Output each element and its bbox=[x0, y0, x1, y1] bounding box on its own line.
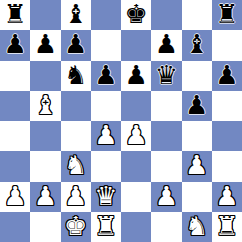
square-f5[interactable] bbox=[151, 91, 181, 121]
square-f2[interactable]: ♟ bbox=[151, 182, 181, 212]
black-pawn[interactable]: ♟ bbox=[124, 62, 147, 88]
square-b4[interactable] bbox=[30, 121, 60, 151]
square-e3[interactable] bbox=[121, 151, 151, 181]
square-f6[interactable]: ♛ bbox=[151, 61, 181, 91]
square-c5[interactable] bbox=[61, 91, 91, 121]
square-f3[interactable] bbox=[151, 151, 181, 181]
white-rook[interactable]: ♜ bbox=[215, 213, 238, 239]
square-d8[interactable] bbox=[91, 0, 121, 30]
square-e4[interactable]: ♟ bbox=[121, 121, 151, 151]
white-bishop[interactable]: ♝ bbox=[34, 92, 57, 118]
square-a6[interactable] bbox=[0, 61, 30, 91]
black-king[interactable]: ♚ bbox=[124, 1, 147, 27]
square-c3[interactable]: ♞ bbox=[61, 151, 91, 181]
white-pawn[interactable]: ♟ bbox=[94, 122, 117, 148]
black-bishop[interactable]: ♝ bbox=[64, 1, 87, 27]
square-f1[interactable] bbox=[151, 212, 181, 242]
square-g7[interactable]: ♝ bbox=[182, 30, 212, 60]
square-g3[interactable]: ♟ bbox=[182, 151, 212, 181]
black-bishop[interactable]: ♝ bbox=[185, 31, 208, 57]
square-a1[interactable] bbox=[0, 212, 30, 242]
square-e8[interactable]: ♚ bbox=[121, 0, 151, 30]
square-a2[interactable]: ♟ bbox=[0, 182, 30, 212]
square-a5[interactable] bbox=[0, 91, 30, 121]
black-pawn[interactable]: ♟ bbox=[185, 92, 208, 118]
square-h5[interactable] bbox=[212, 91, 242, 121]
black-pawn[interactable]: ♟ bbox=[155, 31, 178, 57]
square-b7[interactable]: ♟ bbox=[30, 30, 60, 60]
square-h6[interactable]: ♟ bbox=[212, 61, 242, 91]
square-h4[interactable] bbox=[212, 121, 242, 151]
square-e2[interactable] bbox=[121, 182, 151, 212]
white-rook[interactable]: ♜ bbox=[94, 213, 117, 239]
square-g4[interactable] bbox=[182, 121, 212, 151]
black-pawn[interactable]: ♟ bbox=[34, 31, 57, 57]
black-pawn[interactable]: ♟ bbox=[3, 31, 26, 57]
square-a4[interactable] bbox=[0, 121, 30, 151]
square-d2[interactable]: ♛ bbox=[91, 182, 121, 212]
black-pawn[interactable]: ♟ bbox=[215, 62, 238, 88]
square-h8[interactable]: ♜ bbox=[212, 0, 242, 30]
square-c4[interactable] bbox=[61, 121, 91, 151]
white-pawn[interactable]: ♟ bbox=[3, 183, 26, 209]
square-g5[interactable]: ♟ bbox=[182, 91, 212, 121]
black-rook[interactable]: ♜ bbox=[215, 1, 238, 27]
square-c6[interactable]: ♞ bbox=[61, 61, 91, 91]
square-e6[interactable]: ♟ bbox=[121, 61, 151, 91]
white-pawn[interactable]: ♟ bbox=[124, 122, 147, 148]
black-rook[interactable]: ♜ bbox=[3, 1, 26, 27]
square-a8[interactable]: ♜ bbox=[0, 0, 30, 30]
square-f4[interactable] bbox=[151, 121, 181, 151]
square-a7[interactable]: ♟ bbox=[0, 30, 30, 60]
white-queen[interactable]: ♛ bbox=[94, 183, 117, 209]
white-king[interactable]: ♚ bbox=[64, 213, 87, 239]
white-knight[interactable]: ♞ bbox=[185, 213, 208, 239]
square-b8[interactable] bbox=[30, 0, 60, 30]
white-pawn[interactable]: ♟ bbox=[215, 183, 238, 209]
square-e1[interactable] bbox=[121, 212, 151, 242]
square-d3[interactable] bbox=[91, 151, 121, 181]
black-pawn[interactable]: ♟ bbox=[94, 62, 117, 88]
white-pawn[interactable]: ♟ bbox=[34, 183, 57, 209]
chess-board: ♜♝♚♜♟♟♟♟♝♞♟♟♛♟♝♟♟♟♞♟♟♟♟♛♟♟♚♜♞♜ bbox=[0, 0, 242, 242]
white-pawn[interactable]: ♟ bbox=[155, 183, 178, 209]
square-h3[interactable] bbox=[212, 151, 242, 181]
square-e5[interactable] bbox=[121, 91, 151, 121]
square-d5[interactable] bbox=[91, 91, 121, 121]
square-g6[interactable] bbox=[182, 61, 212, 91]
square-c1[interactable]: ♚ bbox=[61, 212, 91, 242]
square-f7[interactable]: ♟ bbox=[151, 30, 181, 60]
square-b6[interactable] bbox=[30, 61, 60, 91]
square-b2[interactable]: ♟ bbox=[30, 182, 60, 212]
square-b5[interactable]: ♝ bbox=[30, 91, 60, 121]
square-d4[interactable]: ♟ bbox=[91, 121, 121, 151]
square-c2[interactable]: ♟ bbox=[61, 182, 91, 212]
square-d1[interactable]: ♜ bbox=[91, 212, 121, 242]
square-b1[interactable] bbox=[30, 212, 60, 242]
square-g2[interactable] bbox=[182, 182, 212, 212]
square-e7[interactable] bbox=[121, 30, 151, 60]
square-a3[interactable] bbox=[0, 151, 30, 181]
white-pawn[interactable]: ♟ bbox=[64, 183, 87, 209]
white-pawn[interactable]: ♟ bbox=[185, 152, 208, 178]
square-h1[interactable]: ♜ bbox=[212, 212, 242, 242]
square-h7[interactable] bbox=[212, 30, 242, 60]
square-g8[interactable] bbox=[182, 0, 212, 30]
white-knight[interactable]: ♞ bbox=[64, 152, 87, 178]
black-queen[interactable]: ♛ bbox=[155, 62, 178, 88]
square-c8[interactable]: ♝ bbox=[61, 0, 91, 30]
square-b3[interactable] bbox=[30, 151, 60, 181]
black-pawn[interactable]: ♟ bbox=[64, 31, 87, 57]
square-f8[interactable] bbox=[151, 0, 181, 30]
black-knight[interactable]: ♞ bbox=[64, 62, 87, 88]
square-h2[interactable]: ♟ bbox=[212, 182, 242, 212]
square-c7[interactable]: ♟ bbox=[61, 30, 91, 60]
square-g1[interactable]: ♞ bbox=[182, 212, 212, 242]
square-d7[interactable] bbox=[91, 30, 121, 60]
square-d6[interactable]: ♟ bbox=[91, 61, 121, 91]
